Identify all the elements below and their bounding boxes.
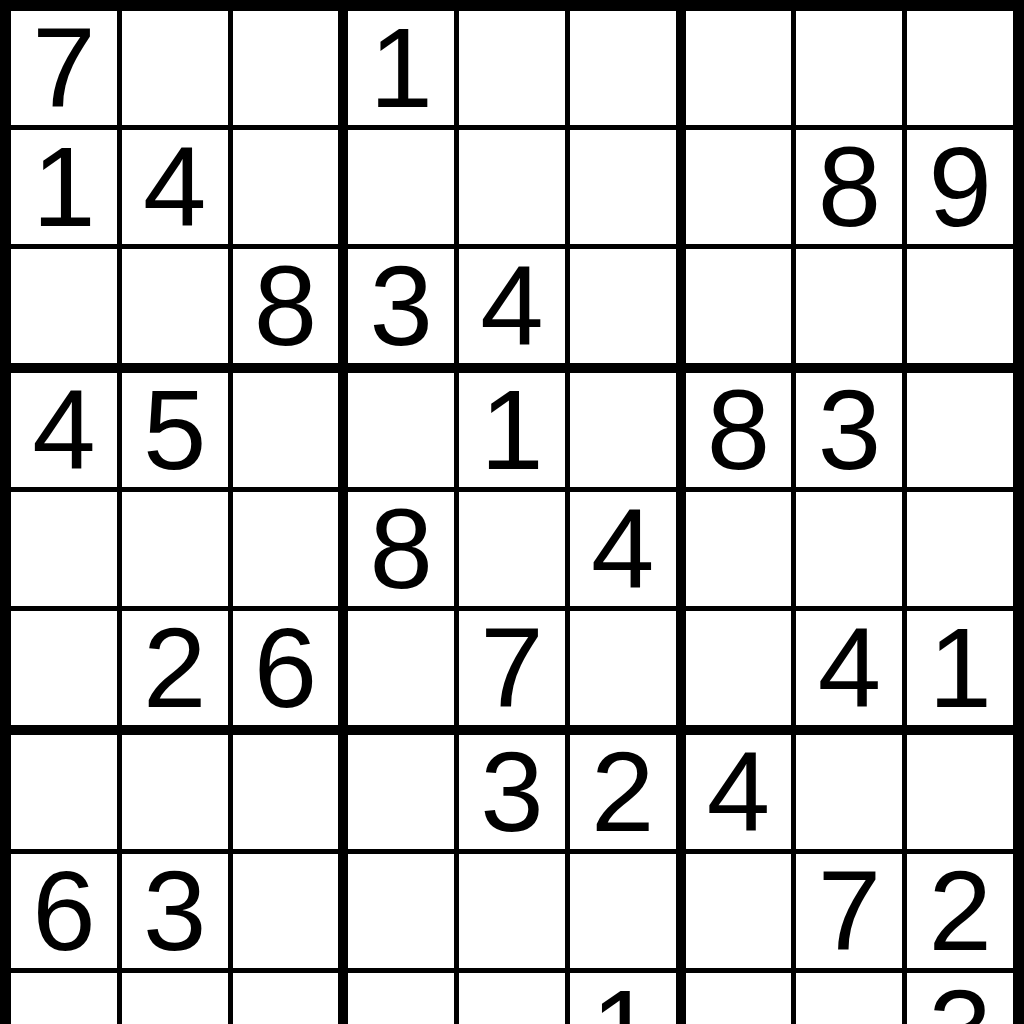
cell-r7c6[interactable]: 2 — [570, 735, 676, 849]
cell-r3c9[interactable] — [907, 249, 1013, 363]
cell-r5c3[interactable] — [233, 492, 339, 606]
sudoku-box-6: 8341 — [686, 373, 1013, 725]
cell-r9c4[interactable] — [348, 973, 454, 1024]
cell-r2c6[interactable] — [570, 130, 676, 244]
cell-r7c9[interactable] — [907, 735, 1013, 849]
cell-r4c2[interactable]: 5 — [122, 373, 228, 487]
cell-r7c7[interactable]: 4 — [686, 735, 792, 849]
cell-r7c8[interactable] — [796, 735, 902, 849]
sudoku-board: 714813489452618478341633214723 — [0, 0, 1024, 1024]
cell-r6c1[interactable] — [11, 611, 117, 725]
cell-r9c6[interactable]: 1 — [570, 973, 676, 1024]
cell-r2c8[interactable]: 8 — [796, 130, 902, 244]
cell-r2c3[interactable] — [233, 130, 339, 244]
cell-r7c4[interactable] — [348, 735, 454, 849]
sudoku-box-8: 321 — [348, 735, 675, 1024]
cell-r1c9[interactable] — [907, 11, 1013, 125]
cell-r4c1[interactable]: 4 — [11, 373, 117, 487]
cell-r6c6[interactable] — [570, 611, 676, 725]
cell-r9c5[interactable] — [459, 973, 565, 1024]
cell-r9c2[interactable] — [122, 973, 228, 1024]
cell-r8c7[interactable] — [686, 854, 792, 968]
cell-r5c1[interactable] — [11, 492, 117, 606]
cell-r2c5[interactable] — [459, 130, 565, 244]
cell-r7c1[interactable] — [11, 735, 117, 849]
cell-r9c7[interactable] — [686, 973, 792, 1024]
cell-r9c9[interactable]: 3 — [907, 973, 1013, 1024]
sudoku-box-7: 63 — [11, 735, 338, 1024]
cell-r5c4[interactable]: 8 — [348, 492, 454, 606]
cell-r8c1[interactable]: 6 — [11, 854, 117, 968]
cell-r2c9[interactable]: 9 — [907, 130, 1013, 244]
cell-r3c5[interactable]: 4 — [459, 249, 565, 363]
cell-r5c2[interactable] — [122, 492, 228, 606]
cell-r1c8[interactable] — [796, 11, 902, 125]
cell-r5c9[interactable] — [907, 492, 1013, 606]
cell-r3c3[interactable]: 8 — [233, 249, 339, 363]
sudoku-box-1: 7148 — [11, 11, 338, 363]
cell-r1c5[interactable] — [459, 11, 565, 125]
cell-r8c4[interactable] — [348, 854, 454, 968]
cell-r5c5[interactable] — [459, 492, 565, 606]
cell-r4c9[interactable] — [907, 373, 1013, 487]
cell-r4c3[interactable] — [233, 373, 339, 487]
cell-r9c1[interactable] — [11, 973, 117, 1024]
cell-r3c4[interactable]: 3 — [348, 249, 454, 363]
sudoku-box-3: 89 — [686, 11, 1013, 363]
cell-r1c7[interactable] — [686, 11, 792, 125]
cell-r3c6[interactable] — [570, 249, 676, 363]
cell-r8c9[interactable]: 2 — [907, 854, 1013, 968]
cell-r1c6[interactable] — [570, 11, 676, 125]
cell-r7c3[interactable] — [233, 735, 339, 849]
sudoku-box-5: 1847 — [348, 373, 675, 725]
cell-r9c3[interactable] — [233, 973, 339, 1024]
cell-r1c1[interactable]: 7 — [11, 11, 117, 125]
cell-r8c3[interactable] — [233, 854, 339, 968]
cell-r9c8[interactable] — [796, 973, 902, 1024]
cell-r4c5[interactable]: 1 — [459, 373, 565, 487]
cell-r6c7[interactable] — [686, 611, 792, 725]
cell-r2c2[interactable]: 4 — [122, 130, 228, 244]
cell-r1c2[interactable] — [122, 11, 228, 125]
cell-r8c8[interactable]: 7 — [796, 854, 902, 968]
cell-r5c6[interactable]: 4 — [570, 492, 676, 606]
cell-r4c4[interactable] — [348, 373, 454, 487]
cell-r5c8[interactable] — [796, 492, 902, 606]
cell-r2c7[interactable] — [686, 130, 792, 244]
cell-r5c7[interactable] — [686, 492, 792, 606]
sudoku-box-2: 134 — [348, 11, 675, 363]
cell-r7c2[interactable] — [122, 735, 228, 849]
cell-r6c5[interactable]: 7 — [459, 611, 565, 725]
cell-r6c8[interactable]: 4 — [796, 611, 902, 725]
cell-r8c6[interactable] — [570, 854, 676, 968]
cell-r4c8[interactable]: 3 — [796, 373, 902, 487]
cell-r3c7[interactable] — [686, 249, 792, 363]
cell-r1c4[interactable]: 1 — [348, 11, 454, 125]
cell-r7c5[interactable]: 3 — [459, 735, 565, 849]
cell-r1c3[interactable] — [233, 11, 339, 125]
sudoku-box-4: 4526 — [11, 373, 338, 725]
cell-r4c7[interactable]: 8 — [686, 373, 792, 487]
sudoku-box-9: 4723 — [686, 735, 1013, 1024]
cell-r3c1[interactable] — [11, 249, 117, 363]
cell-r3c8[interactable] — [796, 249, 902, 363]
cell-r8c5[interactable] — [459, 854, 565, 968]
cell-r6c2[interactable]: 2 — [122, 611, 228, 725]
cell-r3c2[interactable] — [122, 249, 228, 363]
cell-r2c4[interactable] — [348, 130, 454, 244]
cell-r8c2[interactable]: 3 — [122, 854, 228, 968]
cell-r6c4[interactable] — [348, 611, 454, 725]
cell-r6c9[interactable]: 1 — [907, 611, 1013, 725]
cell-r6c3[interactable]: 6 — [233, 611, 339, 725]
cell-r2c1[interactable]: 1 — [11, 130, 117, 244]
cell-r4c6[interactable] — [570, 373, 676, 487]
